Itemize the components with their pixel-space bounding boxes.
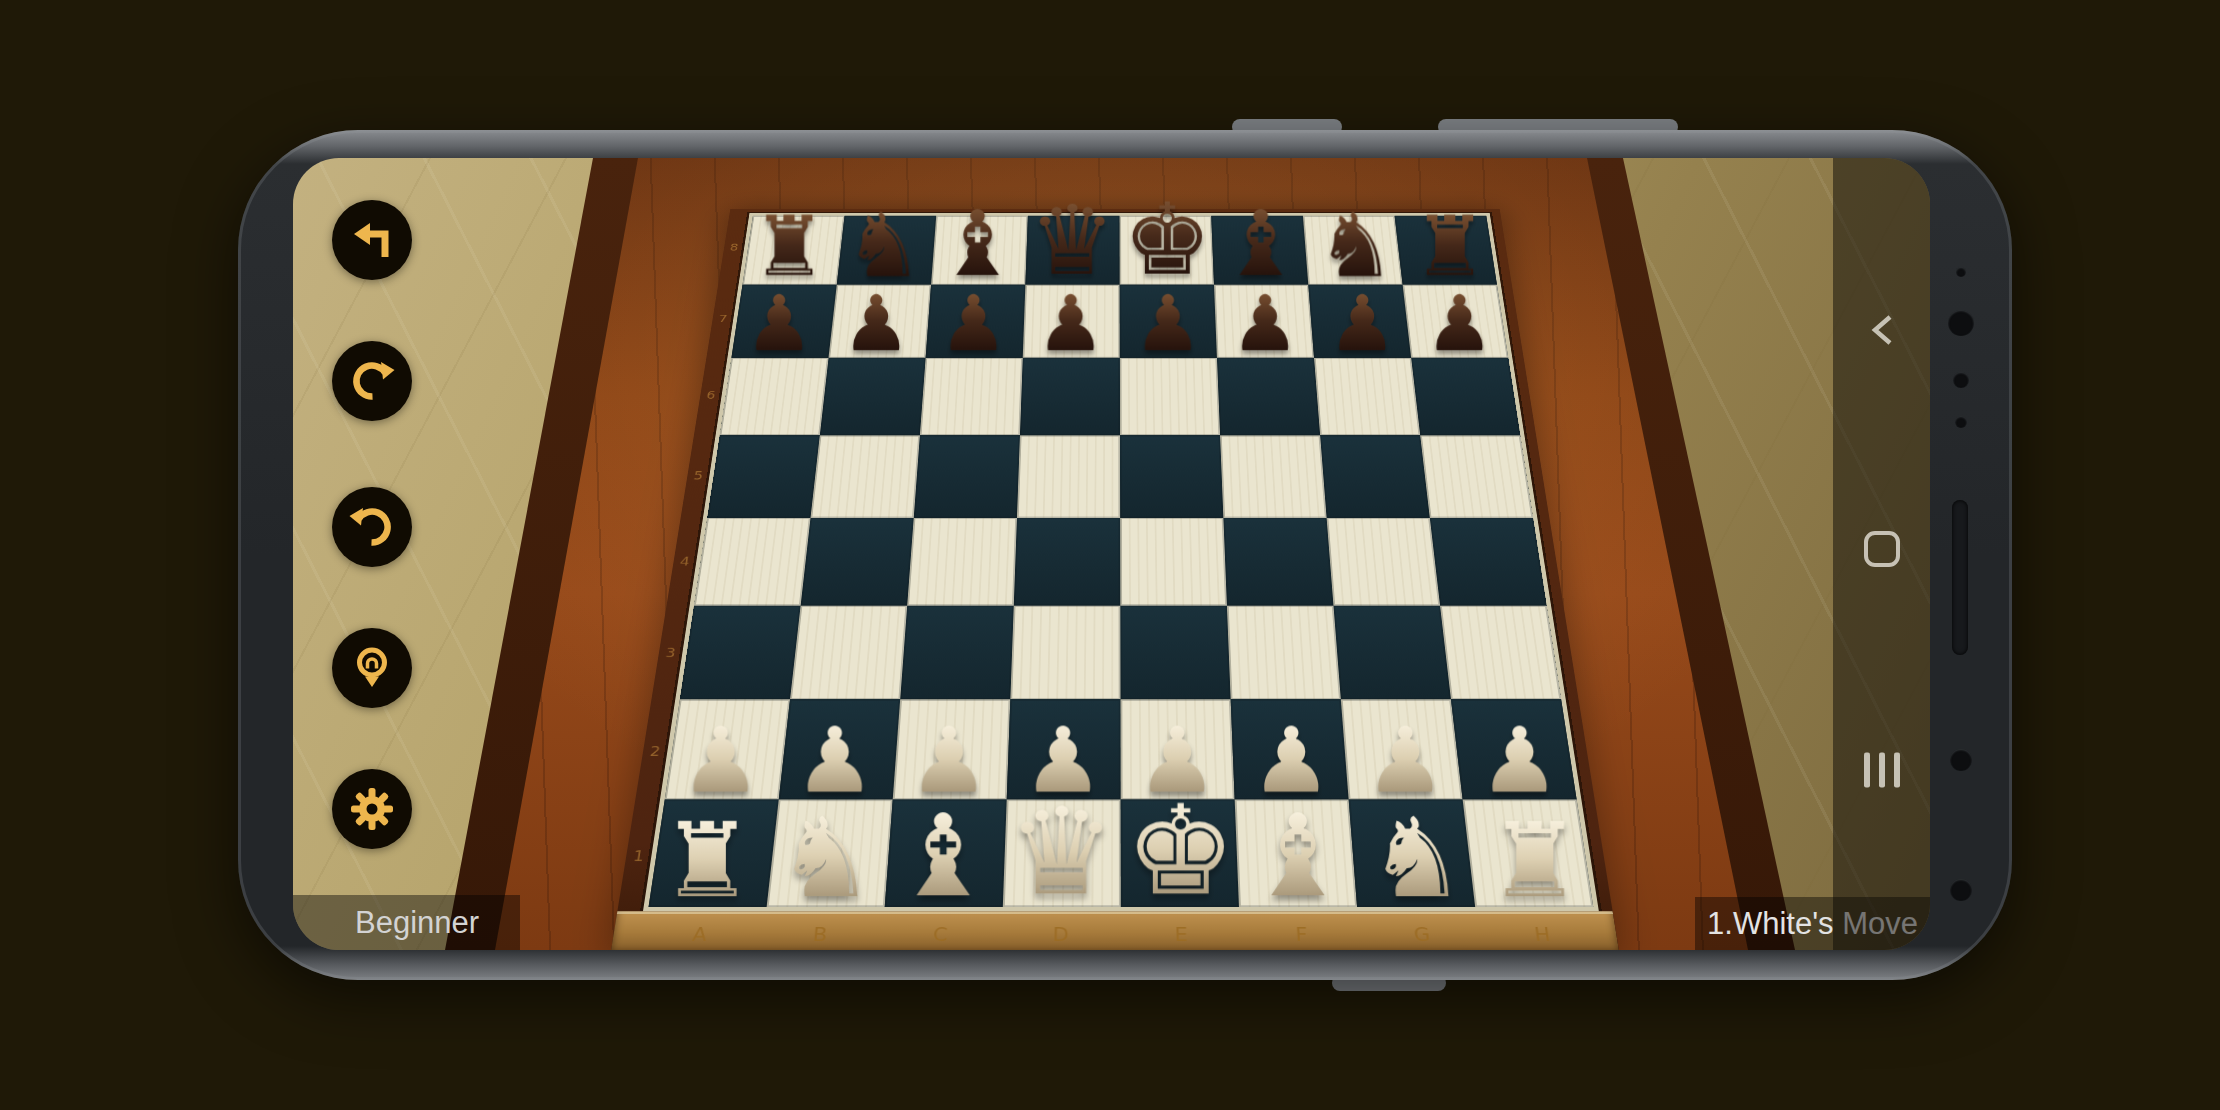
sensor-dot-icon [1953, 372, 1969, 388]
sensor-dot-icon [1955, 416, 1967, 428]
square-f3[interactable] [1227, 606, 1341, 700]
home-icon[interactable] [1864, 531, 1900, 567]
square-e4[interactable] [1120, 518, 1227, 606]
square-d7[interactable]: ♟ [1023, 285, 1120, 358]
black-pawn: ♟ [745, 287, 814, 360]
square-g6[interactable] [1314, 358, 1420, 436]
recents-bar [1864, 753, 1870, 788]
square-g7[interactable]: ♟ [1308, 285, 1411, 358]
square-a5[interactable] [707, 435, 820, 517]
square-a2[interactable]: ♟ [665, 699, 790, 799]
black-pawn: ♟ [1231, 287, 1300, 360]
recents-bar [1879, 753, 1885, 788]
settings-button[interactable] [332, 769, 412, 849]
black-pawn: ♟ [842, 287, 911, 360]
white-pawn: ♟ [795, 717, 876, 803]
sensor-dot-icon [1950, 749, 1972, 771]
square-b8[interactable]: ♞ [837, 216, 936, 285]
black-pawn: ♟ [1426, 287, 1495, 360]
file-label: G [1360, 911, 1485, 950]
white-pawn: ♟ [1480, 717, 1561, 803]
hint-bulb-icon [348, 644, 396, 692]
recents-icon[interactable] [1864, 753, 1900, 788]
square-b5[interactable] [811, 435, 920, 517]
square-h4[interactable] [1430, 518, 1547, 606]
square-c5[interactable] [914, 435, 1020, 517]
square-d3[interactable] [1010, 606, 1120, 700]
black-knight: ♞ [844, 203, 923, 287]
black-pawn: ♟ [940, 287, 1009, 360]
board-checker: ♜♞♝♛♚♝♞♜♟♟♟♟♟♟♟♟♟♟♟♟♟♟♟♟♜♞♝♛♚♝♞♜ [643, 213, 1599, 911]
white-rook: ♜ [661, 812, 754, 910]
square-c3[interactable] [900, 606, 1014, 700]
file-label: A [636, 911, 762, 950]
square-c2[interactable]: ♟ [893, 699, 1011, 799]
square-g4[interactable] [1327, 518, 1440, 606]
file-labels: ABCDEFGH [636, 911, 1606, 950]
rotate-counterclockwise-icon [348, 503, 396, 551]
file-label: D [1000, 911, 1121, 950]
square-h8[interactable]: ♜ [1395, 216, 1497, 285]
square-g1[interactable]: ♞ [1349, 800, 1476, 907]
square-b6[interactable] [820, 358, 926, 436]
square-h5[interactable] [1420, 435, 1533, 517]
square-a1[interactable]: ♜ [649, 800, 779, 907]
earpiece-speaker [1952, 500, 1968, 655]
game-toolbar [293, 158, 453, 950]
square-g2[interactable]: ♟ [1341, 699, 1463, 799]
square-g3[interactable] [1333, 606, 1450, 700]
square-f1[interactable]: ♝ [1235, 800, 1357, 907]
black-knight: ♞ [1316, 203, 1395, 287]
square-d5[interactable] [1017, 435, 1120, 517]
square-b4[interactable] [801, 518, 914, 606]
file-label: B [757, 911, 882, 950]
square-d1[interactable]: ♛ [1003, 800, 1121, 907]
white-rook: ♜ [1488, 812, 1581, 910]
square-f8[interactable]: ♝ [1211, 216, 1308, 285]
square-a8[interactable]: ♜ [742, 216, 844, 285]
rotate-cw-button[interactable] [332, 341, 412, 421]
rotate-clockwise-icon [348, 357, 396, 405]
square-d8[interactable]: ♛ [1025, 216, 1119, 285]
sensor-dot-icon [1956, 267, 1966, 277]
square-h3[interactable] [1440, 606, 1561, 700]
white-queen: ♛ [1008, 796, 1116, 910]
phone-screen: 87654321 ♜♞♝♛♚♝♞♜♟♟♟♟♟♟♟♟♟♟♟♟♟♟♟♟♜♞♝♛♚♝♞… [293, 158, 1930, 950]
black-bishop: ♝ [938, 201, 1019, 287]
white-knight: ♞ [776, 806, 875, 911]
square-g5[interactable] [1320, 435, 1430, 517]
black-queen: ♛ [1030, 196, 1116, 287]
rotate-ccw-button[interactable] [332, 487, 412, 567]
square-b7[interactable]: ♟ [829, 285, 932, 358]
back-icon[interactable] [1869, 313, 1895, 347]
black-bishop: ♝ [1221, 201, 1302, 287]
square-e8[interactable]: ♚ [1120, 216, 1214, 285]
black-king: ♚ [1122, 193, 1211, 287]
square-a3[interactable] [680, 606, 801, 700]
square-a7[interactable]: ♟ [731, 285, 836, 358]
square-e3[interactable] [1120, 606, 1230, 700]
square-e5[interactable] [1120, 435, 1223, 517]
hint-button[interactable] [332, 628, 412, 708]
board-squares: ♜♞♝♛♚♝♞♜♟♟♟♟♟♟♟♟♟♟♟♟♟♟♟♟♜♞♝♛♚♝♞♜ [649, 216, 1594, 907]
black-pawn: ♟ [1134, 287, 1203, 360]
square-d4[interactable] [1014, 518, 1121, 606]
undo-button[interactable] [332, 200, 412, 280]
square-f6[interactable] [1217, 358, 1320, 436]
gear-icon [348, 785, 396, 833]
black-rook: ♜ [752, 208, 826, 286]
square-h6[interactable] [1411, 358, 1520, 436]
square-g8[interactable]: ♞ [1303, 216, 1403, 285]
white-pawn: ♟ [1365, 717, 1446, 803]
square-c1[interactable]: ♝ [885, 800, 1007, 907]
square-h7[interactable]: ♟ [1403, 285, 1509, 358]
square-f5[interactable] [1220, 435, 1327, 517]
file-label: H [1479, 911, 1606, 950]
square-c4[interactable] [907, 518, 1017, 606]
square-h2[interactable]: ♟ [1451, 699, 1577, 799]
square-e7[interactable]: ♟ [1120, 285, 1217, 358]
square-c8[interactable]: ♝ [931, 216, 1028, 285]
undo-arrow-icon [348, 216, 396, 264]
black-rook: ♜ [1413, 208, 1487, 286]
white-bishop: ♝ [1247, 803, 1349, 911]
square-f4[interactable] [1223, 518, 1333, 606]
file-label: C [879, 911, 1002, 950]
square-e6[interactable] [1120, 358, 1220, 436]
black-pawn: ♟ [1037, 287, 1106, 360]
white-king: ♚ [1124, 793, 1235, 911]
front-camera-icon [1948, 310, 1974, 336]
sensor-dot-icon [1950, 879, 1972, 901]
square-a4[interactable] [694, 518, 810, 606]
square-b3[interactable] [790, 606, 907, 700]
white-bishop: ♝ [893, 803, 995, 911]
square-f2[interactable]: ♟ [1231, 699, 1349, 799]
square-h1[interactable]: ♜ [1463, 800, 1594, 907]
android-navbar [1833, 158, 1930, 950]
square-b2[interactable]: ♟ [779, 699, 900, 799]
square-b1[interactable]: ♞ [767, 800, 893, 907]
square-f7[interactable]: ♟ [1214, 285, 1314, 358]
white-pawn: ♟ [681, 717, 762, 803]
square-c6[interactable] [920, 358, 1023, 436]
recents-bar [1894, 753, 1900, 788]
square-d6[interactable] [1020, 358, 1120, 436]
white-knight: ♞ [1367, 806, 1466, 911]
square-e1[interactable]: ♚ [1121, 800, 1239, 907]
square-c7[interactable]: ♟ [926, 285, 1026, 358]
file-label: E [1121, 911, 1242, 950]
chess-board: 87654321 ♜♞♝♛♚♝♞♜♟♟♟♟♟♟♟♟♟♟♟♟♟♟♟♟♜♞♝♛♚♝♞… [610, 209, 1620, 950]
board-frame-bottom: ABCDEFGH [610, 911, 1620, 950]
square-a6[interactable] [720, 358, 829, 436]
file-label: F [1240, 911, 1363, 950]
black-pawn: ♟ [1328, 287, 1397, 360]
